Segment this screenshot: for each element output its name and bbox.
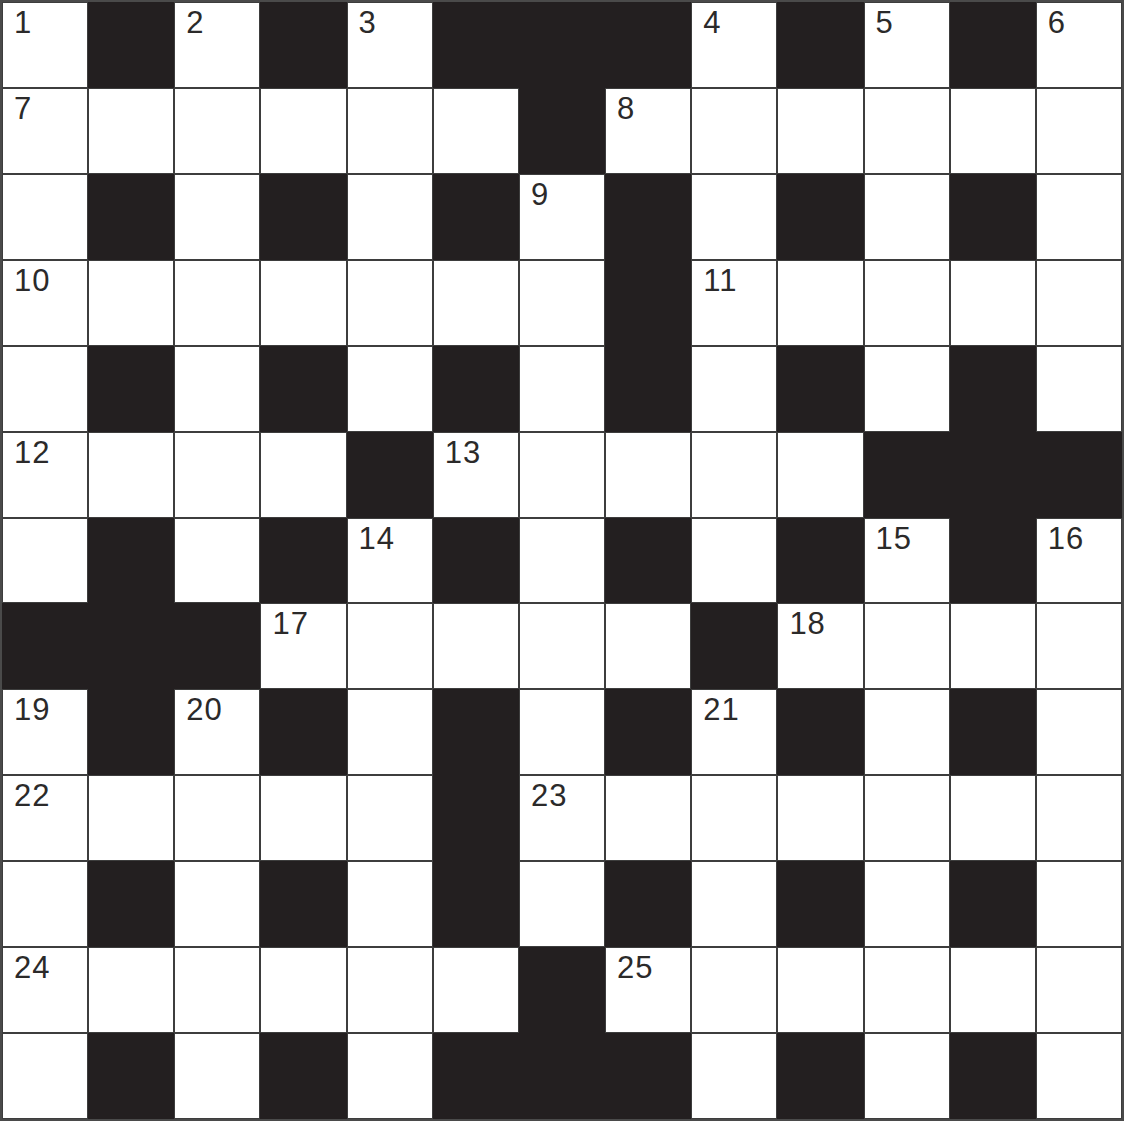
- cell-r2c8[interactable]: 8: [605, 88, 691, 174]
- cell-r8c11[interactable]: [864, 603, 950, 689]
- clue-number-3: 3: [359, 7, 377, 40]
- cell-r13c9[interactable]: [691, 1033, 777, 1119]
- cell-r4c1[interactable]: 10: [2, 260, 88, 346]
- clue-number-17: 17: [272, 608, 308, 641]
- black-cell-r7c4: [260, 518, 346, 604]
- black-cell-r9c10: [777, 689, 863, 775]
- black-cell-r2c7: [519, 88, 605, 174]
- clue-number-8: 8: [617, 93, 635, 126]
- clue-number-21: 21: [703, 694, 739, 727]
- cell-r4c13[interactable]: [1036, 260, 1122, 346]
- clue-number-12: 12: [14, 437, 50, 470]
- cell-r9c11[interactable]: [864, 689, 950, 775]
- cell-r4c9[interactable]: 11: [691, 260, 777, 346]
- cell-r6c10[interactable]: [777, 432, 863, 518]
- cell-r11c13[interactable]: [1036, 861, 1122, 947]
- cell-r11c9[interactable]: [691, 861, 777, 947]
- cell-r12c12[interactable]: [950, 947, 1036, 1033]
- black-cell-r7c6: [433, 518, 519, 604]
- cell-r5c11[interactable]: [864, 346, 950, 432]
- black-cell-r9c2: [88, 689, 174, 775]
- clue-number-24: 24: [14, 952, 50, 985]
- cell-r1c13[interactable]: 6: [1036, 2, 1122, 88]
- clue-number-6: 6: [1048, 7, 1066, 40]
- black-cell-r9c6: [433, 689, 519, 775]
- black-cell-r3c10: [777, 174, 863, 260]
- cell-r4c2[interactable]: [88, 260, 174, 346]
- black-cell-r11c2: [88, 861, 174, 947]
- cell-r4c4[interactable]: [260, 260, 346, 346]
- cell-r2c11[interactable]: [864, 88, 950, 174]
- cell-r12c9[interactable]: [691, 947, 777, 1033]
- cell-r1c11[interactable]: 5: [864, 2, 950, 88]
- black-cell-r9c12: [950, 689, 1036, 775]
- black-cell-r1c7: [519, 2, 605, 88]
- cell-r6c8[interactable]: [605, 432, 691, 518]
- black-cell-r6c12: [950, 432, 1036, 518]
- black-cell-r10c6: [433, 775, 519, 861]
- cell-r10c3[interactable]: [174, 775, 260, 861]
- black-cell-r6c13: [1036, 432, 1122, 518]
- black-cell-r13c10: [777, 1033, 863, 1119]
- black-cell-r11c6: [433, 861, 519, 947]
- black-cell-r3c12: [950, 174, 1036, 260]
- cell-r10c9[interactable]: [691, 775, 777, 861]
- clue-number-1: 1: [14, 7, 32, 40]
- clue-number-16: 16: [1048, 523, 1084, 556]
- cell-r10c4[interactable]: [260, 775, 346, 861]
- cell-r8c10[interactable]: 18: [777, 603, 863, 689]
- cell-r2c1[interactable]: 7: [2, 88, 88, 174]
- cell-r12c5[interactable]: [347, 947, 433, 1033]
- cell-r2c9[interactable]: [691, 88, 777, 174]
- clue-number-14: 14: [359, 523, 395, 556]
- cell-r5c13[interactable]: [1036, 346, 1122, 432]
- cell-r11c3[interactable]: [174, 861, 260, 947]
- black-cell-r1c4: [260, 2, 346, 88]
- cell-r6c9[interactable]: [691, 432, 777, 518]
- clue-number-20: 20: [186, 694, 222, 727]
- clue-number-23: 23: [531, 780, 567, 813]
- cell-r8c8[interactable]: [605, 603, 691, 689]
- cell-r7c1[interactable]: [2, 518, 88, 604]
- black-cell-r5c12: [950, 346, 1036, 432]
- cell-r10c13[interactable]: [1036, 775, 1122, 861]
- clue-number-13: 13: [445, 437, 481, 470]
- cell-r5c9[interactable]: [691, 346, 777, 432]
- cell-r9c13[interactable]: [1036, 689, 1122, 775]
- black-cell-r7c8: [605, 518, 691, 604]
- cell-r11c11[interactable]: [864, 861, 950, 947]
- cell-r3c5[interactable]: [347, 174, 433, 260]
- clue-number-25: 25: [617, 952, 653, 985]
- cell-r8c5[interactable]: [347, 603, 433, 689]
- cell-r4c3[interactable]: [174, 260, 260, 346]
- cell-r6c4[interactable]: [260, 432, 346, 518]
- cell-r4c11[interactable]: [864, 260, 950, 346]
- cell-r3c3[interactable]: [174, 174, 260, 260]
- black-cell-r12c7: [519, 947, 605, 1033]
- cell-r12c2[interactable]: [88, 947, 174, 1033]
- cell-r3c7[interactable]: 9: [519, 174, 605, 260]
- cell-r3c1[interactable]: [2, 174, 88, 260]
- cell-r12c11[interactable]: [864, 947, 950, 1033]
- black-cell-r8c2: [88, 603, 174, 689]
- cell-r2c2[interactable]: [88, 88, 174, 174]
- cell-r9c3[interactable]: 20: [174, 689, 260, 775]
- cell-r1c1[interactable]: 1: [2, 2, 88, 88]
- black-cell-r13c2: [88, 1033, 174, 1119]
- cell-r9c5[interactable]: [347, 689, 433, 775]
- cell-r7c3[interactable]: [174, 518, 260, 604]
- cell-r6c2[interactable]: [88, 432, 174, 518]
- black-cell-r4c8: [605, 260, 691, 346]
- cell-r9c9[interactable]: 21: [691, 689, 777, 775]
- cell-r2c10[interactable]: [777, 88, 863, 174]
- cell-r12c8[interactable]: 25: [605, 947, 691, 1033]
- cell-r4c5[interactable]: [347, 260, 433, 346]
- cell-r12c10[interactable]: [777, 947, 863, 1033]
- black-cell-r6c11: [864, 432, 950, 518]
- cell-r5c5[interactable]: [347, 346, 433, 432]
- cell-r3c11[interactable]: [864, 174, 950, 260]
- black-cell-r5c4: [260, 346, 346, 432]
- cell-r10c11[interactable]: [864, 775, 950, 861]
- black-cell-r3c8: [605, 174, 691, 260]
- cell-r12c4[interactable]: [260, 947, 346, 1033]
- clue-number-4: 4: [703, 7, 721, 40]
- black-cell-r8c9: [691, 603, 777, 689]
- black-cell-r5c8: [605, 346, 691, 432]
- cell-r2c6[interactable]: [433, 88, 519, 174]
- black-cell-r6c5: [347, 432, 433, 518]
- clue-number-2: 2: [186, 7, 204, 40]
- cell-r2c12[interactable]: [950, 88, 1036, 174]
- cell-r9c7[interactable]: [519, 689, 605, 775]
- cell-r4c6[interactable]: [433, 260, 519, 346]
- cell-r4c12[interactable]: [950, 260, 1036, 346]
- cell-r8c4[interactable]: 17: [260, 603, 346, 689]
- clue-number-11: 11: [703, 265, 737, 298]
- cell-r12c13[interactable]: [1036, 947, 1122, 1033]
- black-cell-r11c4: [260, 861, 346, 947]
- cell-r10c5[interactable]: [347, 775, 433, 861]
- clue-number-9: 9: [531, 179, 549, 212]
- black-cell-r11c8: [605, 861, 691, 947]
- black-cell-r5c2: [88, 346, 174, 432]
- cell-r10c12[interactable]: [950, 775, 1036, 861]
- cell-r4c7[interactable]: [519, 260, 605, 346]
- black-cell-r13c4: [260, 1033, 346, 1119]
- black-cell-r7c12: [950, 518, 1036, 604]
- cell-r8c13[interactable]: [1036, 603, 1122, 689]
- black-cell-r13c7: [519, 1033, 605, 1119]
- black-cell-r7c2: [88, 518, 174, 604]
- cell-r12c3[interactable]: [174, 947, 260, 1033]
- cell-r12c6[interactable]: [433, 947, 519, 1033]
- cell-r7c7[interactable]: [519, 518, 605, 604]
- cell-r13c3[interactable]: [174, 1033, 260, 1119]
- cell-r10c7[interactable]: 23: [519, 775, 605, 861]
- cell-r10c2[interactable]: [88, 775, 174, 861]
- clue-number-18: 18: [789, 608, 825, 641]
- cell-r13c5[interactable]: [347, 1033, 433, 1119]
- crossword-board: 1234567891011121314151617181920212223242…: [0, 0, 1124, 1121]
- cell-r2c4[interactable]: [260, 88, 346, 174]
- cell-r13c11[interactable]: [864, 1033, 950, 1119]
- black-cell-r1c2: [88, 2, 174, 88]
- cell-r9c1[interactable]: 19: [2, 689, 88, 775]
- cell-r5c7[interactable]: [519, 346, 605, 432]
- clue-number-22: 22: [14, 780, 50, 813]
- clue-number-10: 10: [14, 265, 50, 298]
- cell-r7c5[interactable]: 14: [347, 518, 433, 604]
- cell-r6c7[interactable]: [519, 432, 605, 518]
- black-cell-r5c10: [777, 346, 863, 432]
- clue-number-7: 7: [14, 93, 32, 126]
- cell-r12c1[interactable]: 24: [2, 947, 88, 1033]
- black-cell-r13c12: [950, 1033, 1036, 1119]
- cell-r1c3[interactable]: 2: [174, 2, 260, 88]
- clue-number-15: 15: [876, 523, 912, 556]
- black-cell-r1c12: [950, 2, 1036, 88]
- black-cell-r3c6: [433, 174, 519, 260]
- cell-r6c1[interactable]: 12: [2, 432, 88, 518]
- black-cell-r1c6: [433, 2, 519, 88]
- black-cell-r11c12: [950, 861, 1036, 947]
- black-cell-r13c6: [433, 1033, 519, 1119]
- cell-r13c13[interactable]: [1036, 1033, 1122, 1119]
- cell-r6c6[interactable]: 13: [433, 432, 519, 518]
- black-cell-r1c10: [777, 2, 863, 88]
- cell-r4c10[interactable]: [777, 260, 863, 346]
- black-cell-r13c8: [605, 1033, 691, 1119]
- black-cell-r8c1: [2, 603, 88, 689]
- cell-r7c9[interactable]: [691, 518, 777, 604]
- cell-r3c13[interactable]: [1036, 174, 1122, 260]
- cell-r11c5[interactable]: [347, 861, 433, 947]
- cell-r5c3[interactable]: [174, 346, 260, 432]
- cell-r8c6[interactable]: [433, 603, 519, 689]
- black-cell-r9c8: [605, 689, 691, 775]
- cell-r11c7[interactable]: [519, 861, 605, 947]
- black-cell-r8c3: [174, 603, 260, 689]
- black-cell-r7c10: [777, 518, 863, 604]
- black-cell-r9c4: [260, 689, 346, 775]
- cell-r7c13[interactable]: 16: [1036, 518, 1122, 604]
- black-cell-r3c4: [260, 174, 346, 260]
- cell-r1c5[interactable]: 3: [347, 2, 433, 88]
- cell-r11c1[interactable]: [2, 861, 88, 947]
- cell-r6c3[interactable]: [174, 432, 260, 518]
- black-cell-r1c8: [605, 2, 691, 88]
- cell-r7c11[interactable]: 15: [864, 518, 950, 604]
- cell-r10c10[interactable]: [777, 775, 863, 861]
- cell-r5c1[interactable]: [2, 346, 88, 432]
- cell-r8c7[interactable]: [519, 603, 605, 689]
- cell-r8c12[interactable]: [950, 603, 1036, 689]
- cell-r2c13[interactable]: [1036, 88, 1122, 174]
- cell-r2c3[interactable]: [174, 88, 260, 174]
- black-cell-r11c10: [777, 861, 863, 947]
- black-cell-r5c6: [433, 346, 519, 432]
- black-cell-r3c2: [88, 174, 174, 260]
- clue-number-19: 19: [14, 694, 50, 727]
- cell-r10c8[interactable]: [605, 775, 691, 861]
- cell-r2c5[interactable]: [347, 88, 433, 174]
- cell-r10c1[interactable]: 22: [2, 775, 88, 861]
- cell-r3c9[interactable]: [691, 174, 777, 260]
- clue-number-5: 5: [876, 7, 894, 40]
- cell-r1c9[interactable]: 4: [691, 2, 777, 88]
- cell-r13c1[interactable]: [2, 1033, 88, 1119]
